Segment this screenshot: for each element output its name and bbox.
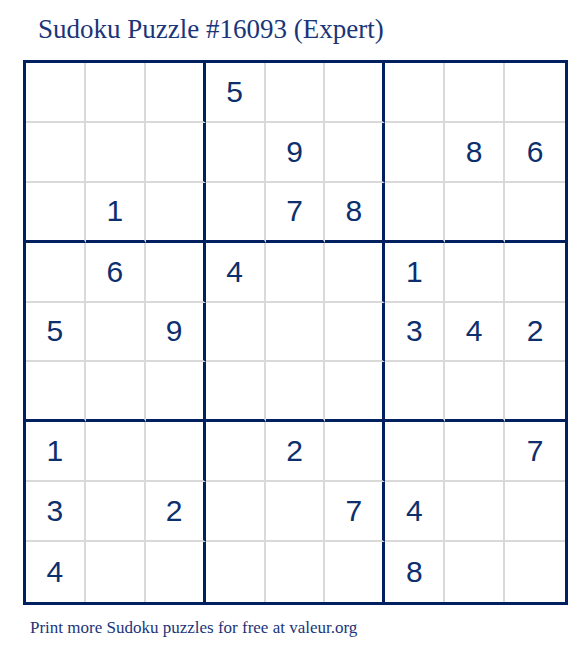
cell-r2c6: [325, 123, 385, 183]
cell-r7c7: [385, 422, 445, 482]
cell-r3c3: [146, 183, 206, 243]
footer-note: Print more Sudoku puzzles for free at va…: [30, 618, 357, 638]
sudoku-page: Sudoku Puzzle #16093 (Expert) 5986178641…: [0, 0, 580, 651]
cell-r4c7: 1: [385, 243, 445, 303]
cell-r9c5: [266, 542, 326, 602]
cell-r3c4: [206, 183, 266, 243]
cell-r4c4: 4: [206, 243, 266, 303]
cell-r6c2: [86, 362, 146, 422]
cell-r4c3: [146, 243, 206, 303]
cell-r2c1: [26, 123, 86, 183]
cell-r7c6: [325, 422, 385, 482]
cell-r2c3: [146, 123, 206, 183]
cell-r5c1: 5: [26, 303, 86, 363]
sudoku-grid: 598617864159342127327448: [23, 60, 568, 605]
cell-r4c6: [325, 243, 385, 303]
cell-r1c4: 5: [206, 63, 266, 123]
cell-r6c7: [385, 362, 445, 422]
cell-r6c4: [206, 362, 266, 422]
cell-r1c2: [86, 63, 146, 123]
cell-r2c4: [206, 123, 266, 183]
cell-r7c5: 2: [266, 422, 326, 482]
cell-r9c1: 4: [26, 542, 86, 602]
cell-r6c8: [445, 362, 505, 422]
cell-r5c6: [325, 303, 385, 363]
cell-r5c7: 3: [385, 303, 445, 363]
cell-r9c8: [445, 542, 505, 602]
cell-r4c9: [505, 243, 565, 303]
cell-r4c5: [266, 243, 326, 303]
cell-r7c9: 7: [505, 422, 565, 482]
cell-r8c1: 3: [26, 482, 86, 542]
cell-r8c2: [86, 482, 146, 542]
cell-r3c8: [445, 183, 505, 243]
cell-r4c1: [26, 243, 86, 303]
cell-r2c2: [86, 123, 146, 183]
cell-r5c2: [86, 303, 146, 363]
cell-r5c4: [206, 303, 266, 363]
cell-r5c9: 2: [505, 303, 565, 363]
cell-r3c2: 1: [86, 183, 146, 243]
cell-r3c9: [505, 183, 565, 243]
cell-r9c6: [325, 542, 385, 602]
cell-r3c6: 8: [325, 183, 385, 243]
cell-r3c5: 7: [266, 183, 326, 243]
cell-r2c9: 6: [505, 123, 565, 183]
cell-r9c9: [505, 542, 565, 602]
cell-r1c3: [146, 63, 206, 123]
cell-r6c6: [325, 362, 385, 422]
cell-r4c8: [445, 243, 505, 303]
cell-r6c1: [26, 362, 86, 422]
cell-r6c9: [505, 362, 565, 422]
cell-r1c7: [385, 63, 445, 123]
cell-r8c4: [206, 482, 266, 542]
cell-r3c1: [26, 183, 86, 243]
cell-r8c7: 4: [385, 482, 445, 542]
cell-r6c5: [266, 362, 326, 422]
cell-r1c8: [445, 63, 505, 123]
cell-r1c6: [325, 63, 385, 123]
cell-r5c5: [266, 303, 326, 363]
cell-r8c6: 7: [325, 482, 385, 542]
cell-r9c4: [206, 542, 266, 602]
cell-r1c5: [266, 63, 326, 123]
cell-r1c1: [26, 63, 86, 123]
cell-r8c9: [505, 482, 565, 542]
cell-r6c3: [146, 362, 206, 422]
cell-r5c8: 4: [445, 303, 505, 363]
cell-r8c3: 2: [146, 482, 206, 542]
cell-r9c7: 8: [385, 542, 445, 602]
cell-r8c5: [266, 482, 326, 542]
cell-r9c3: [146, 542, 206, 602]
cell-r9c2: [86, 542, 146, 602]
cell-r7c3: [146, 422, 206, 482]
cell-r2c8: 8: [445, 123, 505, 183]
cell-r7c1: 1: [26, 422, 86, 482]
cell-r7c2: [86, 422, 146, 482]
cell-r3c7: [385, 183, 445, 243]
cell-r7c8: [445, 422, 505, 482]
cell-r7c4: [206, 422, 266, 482]
page-title: Sudoku Puzzle #16093 (Expert): [38, 14, 384, 45]
cell-r5c3: 9: [146, 303, 206, 363]
cell-r2c7: [385, 123, 445, 183]
cell-r8c8: [445, 482, 505, 542]
cell-r2c5: 9: [266, 123, 326, 183]
cell-r4c2: 6: [86, 243, 146, 303]
cell-r1c9: [505, 63, 565, 123]
